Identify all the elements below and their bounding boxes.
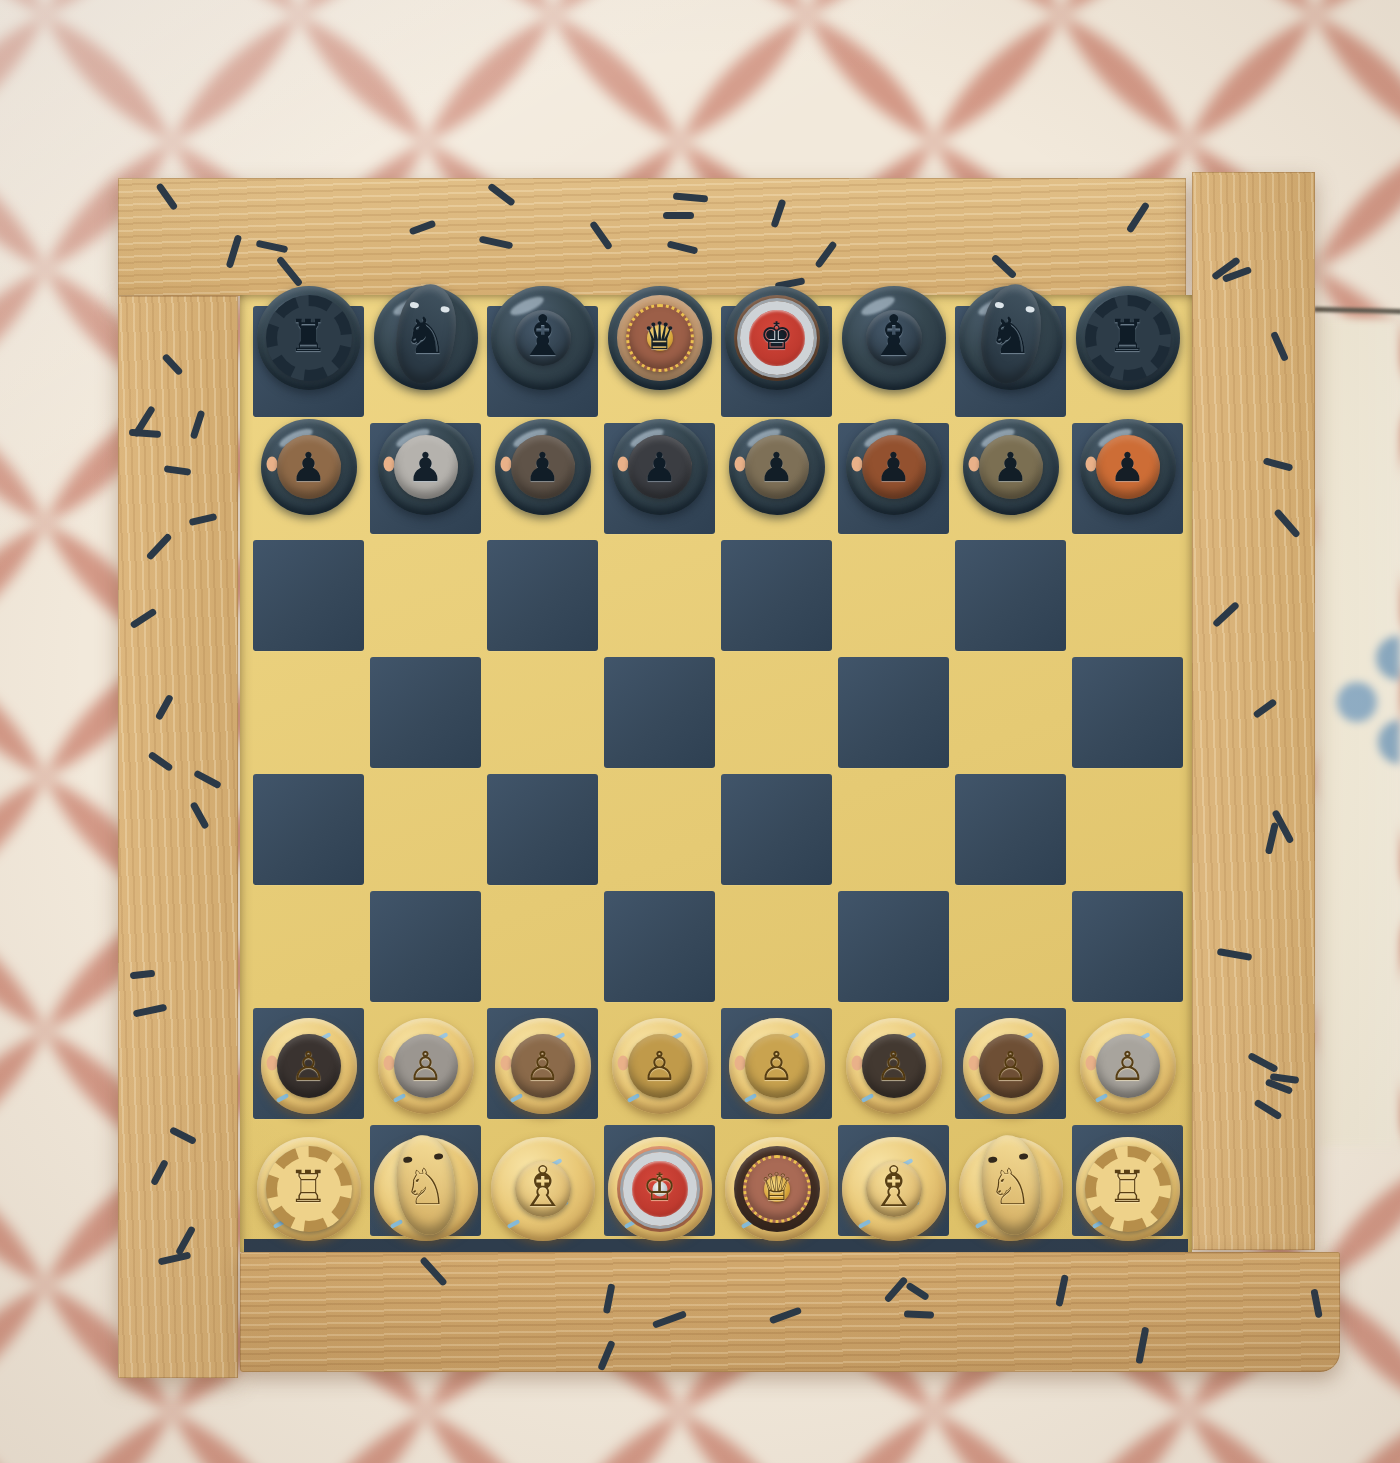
paint-dash [652,1310,687,1329]
square-f6[interactable] [835,537,952,654]
black-pawn-glyph: ♟ [291,447,327,487]
square-a4[interactable] [250,771,367,888]
paint-dash [129,970,155,980]
paint-dash [1270,331,1289,362]
paint-dash [150,1159,169,1186]
pawn-left-ear [1085,1055,1096,1070]
paint-dash [164,466,192,477]
paint-dash [409,220,437,236]
paint-dash [155,694,174,721]
paint-dash [158,1252,192,1266]
paint-dash [275,255,303,287]
paint-dash [419,1256,448,1287]
square-e3[interactable] [718,888,835,1005]
white-pawn-glyph: ♙ [993,1046,1029,1086]
square-h6[interactable] [1069,537,1186,654]
paint-dash [1216,948,1252,961]
photo-stage: ♜♞♝♛♚♝♞♜♟♟♟♟♟♟♟♟♙♙♙♙♙♙♙♙♖♘♗♔♕♗♘♖ [0,0,1400,1463]
pawn-left-ear [500,456,511,471]
square-h3[interactable] [1069,888,1186,1005]
paint-dash [667,241,699,255]
pawn-left-ear [383,456,394,471]
paint-dash [256,240,289,253]
white-bishop-glyph: ♗ [868,1158,918,1214]
square-c3[interactable] [484,888,601,1005]
black-pawn-glyph: ♟ [759,447,795,487]
square-a3[interactable] [250,888,367,1005]
frame-top-plank [118,178,1186,296]
paint-dash [175,1225,196,1256]
pawn-left-ear [500,1055,511,1070]
paint-dash [1311,1289,1323,1319]
paint-dash [1212,601,1240,628]
paint-dash [589,220,613,250]
white-pawn-glyph: ♙ [876,1046,912,1086]
paint-dash [130,608,158,629]
pawn-left-ear [851,1055,862,1070]
paint-dash [146,532,173,561]
paint-dash [1265,822,1279,854]
pawn-left-ear [383,1055,394,1070]
paint-dash [487,182,516,206]
black-queen-glyph: ♛ [642,317,676,355]
paint-dash [1126,202,1150,234]
square-e4[interactable] [718,771,835,888]
paint-dash [147,751,173,772]
black-rook-glyph: ♜ [289,314,328,358]
paint-dash [161,353,183,376]
square-b4[interactable] [367,771,484,888]
white-pawn-glyph: ♙ [1110,1046,1146,1086]
board-bottom-edge-stripe [244,1239,1188,1252]
square-g5[interactable] [952,654,1069,771]
paint-dash [189,409,205,439]
black-knight-glyph: ♞ [988,311,1033,361]
pawn-left-ear [617,456,628,471]
square-g3[interactable] [952,888,1069,1005]
white-king-glyph: ♔ [642,1168,676,1206]
pawn-left-ear [734,1055,745,1070]
square-d5[interactable] [601,654,718,771]
white-rook-glyph: ♖ [289,1165,328,1209]
white-pawn-glyph: ♙ [408,1046,444,1086]
paint-dash [188,513,217,526]
black-knight-glyph: ♞ [403,311,448,361]
black-pawn-glyph: ♟ [408,447,444,487]
paint-dash [1135,1326,1149,1363]
white-queen-glyph: ♕ [759,1168,793,1206]
square-d4[interactable] [601,771,718,888]
white-pawn-glyph: ♙ [642,1046,678,1086]
black-pawn-glyph: ♟ [642,447,678,487]
square-c6[interactable] [484,537,601,654]
pawn-left-ear [968,1055,979,1070]
paint-dash [1253,1099,1282,1121]
square-b5[interactable] [367,654,484,771]
paint-dash [169,1126,197,1145]
square-h5[interactable] [1069,654,1186,771]
paint-dash [1262,457,1293,472]
square-e5[interactable] [718,654,835,771]
square-c5[interactable] [484,654,601,771]
square-f5[interactable] [835,654,952,771]
white-pawn-glyph: ♙ [291,1046,327,1086]
pawn-left-ear [968,456,979,471]
black-bishop-glyph: ♝ [868,307,918,363]
paint-dash [770,199,786,229]
pawn-left-ear [266,1055,277,1070]
paint-dash [904,1310,934,1318]
square-a5[interactable] [250,654,367,771]
paint-dash [769,1306,802,1324]
paint-dash [189,801,209,830]
paint-dash [673,192,709,202]
white-knight-glyph: ♘ [988,1162,1033,1212]
frame-left-plank [118,296,238,1378]
black-pawn-glyph: ♟ [1110,447,1146,487]
square-a6[interactable] [250,537,367,654]
square-b6[interactable] [367,537,484,654]
black-pawn-glyph: ♟ [525,447,561,487]
paint-dash [602,1283,615,1314]
paint-dash [814,241,837,269]
paint-dash [990,254,1017,280]
pawn-left-ear [851,456,862,471]
white-pawn-glyph: ♙ [759,1046,795,1086]
tile-blue-dot [1376,636,1400,680]
square-b3[interactable] [367,888,484,1005]
square-f3[interactable] [835,888,952,1005]
pawn-left-ear [617,1055,628,1070]
paint-dash [1247,1052,1278,1073]
paint-dash [663,212,694,219]
white-pawn-glyph: ♙ [525,1046,561,1086]
paint-dash [905,1282,930,1302]
black-pawn-glyph: ♟ [876,447,912,487]
tile-blue-dot [1378,720,1400,764]
tile-blue-dot [1337,682,1377,722]
paint-dash [479,236,514,250]
white-knight-glyph: ♘ [403,1162,448,1212]
square-c4[interactable] [484,771,601,888]
square-d3[interactable] [601,888,718,1005]
paint-dash [1273,509,1301,540]
paint-dash [133,1004,168,1018]
paint-dash [128,429,161,438]
black-rook-glyph: ♜ [1108,314,1147,358]
black-bishop-glyph: ♝ [517,307,567,363]
black-king-glyph: ♚ [759,317,793,355]
paint-dash [193,770,222,790]
frame-bottom-plank [240,1252,1340,1372]
square-h4[interactable] [1069,771,1186,888]
paint-dash [883,1276,908,1303]
pawn-left-ear [1085,456,1096,471]
square-e6[interactable] [718,537,835,654]
frame-right-plank [1192,172,1315,1250]
paint-dash [1055,1274,1069,1307]
pawn-left-ear [734,456,745,471]
paint-dash [155,183,178,211]
paint-dash [597,1340,616,1371]
paint-dash [1252,698,1277,719]
square-g6[interactable] [952,537,1069,654]
black-pawn-glyph: ♟ [993,447,1029,487]
white-rook-glyph: ♖ [1108,1165,1147,1209]
paint-dash [225,234,242,268]
square-d6[interactable] [601,537,718,654]
right-floor-tile [1318,318,1400,1146]
white-bishop-glyph: ♗ [517,1158,567,1214]
square-g4[interactable] [952,771,1069,888]
square-f4[interactable] [835,771,952,888]
pawn-left-ear [266,456,277,471]
